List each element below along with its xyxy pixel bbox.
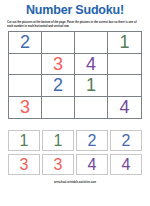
grid-cell-r1c1[interactable]: 2 [9,32,42,54]
grid-cell-r3c4[interactable] [108,75,141,97]
cutout-tile-1-2[interactable]: 1 [42,130,74,151]
grid-cell-r2c3[interactable]: 4 [75,54,108,76]
grid-cell-r1c4[interactable]: 1 [108,32,141,54]
grid-cell-r2c4[interactable] [108,54,141,76]
grid-cell-r4c1[interactable]: 3 [9,97,42,119]
cutout-tile-3-1[interactable]: 3 [8,154,40,175]
cutout-tile-1-1[interactable]: 1 [8,130,40,151]
worksheet-page: Number Sudoku! Cut out the pictures at t… [0,0,150,206]
grid-cell-r1c3[interactable] [75,32,108,54]
cutout-tile-4-2[interactable]: 4 [110,154,142,175]
cutout-tile-2-2[interactable]: 2 [110,130,142,151]
footer-credit: preschool-printable-activities.com [0,180,150,183]
grid-cell-r2c1[interactable] [9,54,42,76]
cutout-tile-4-1[interactable]: 4 [76,154,108,175]
grid-cell-r2c2[interactable]: 3 [42,54,75,76]
cutout-row-1: 1122 [8,130,142,151]
cutout-tile-3-2[interactable]: 3 [42,154,74,175]
grid-cell-r4c3[interactable] [75,97,108,119]
grid-cell-r4c2[interactable] [42,97,75,119]
grid-cell-r1c2[interactable] [42,32,75,54]
cutout-tile-2-1[interactable]: 2 [76,130,108,151]
grid-cell-r3c2[interactable]: 2 [42,75,75,97]
grid-cell-r4c4[interactable]: 4 [108,97,141,119]
grid-cell-r3c3[interactable]: 1 [75,75,108,97]
grid-cell-r3c1[interactable] [9,75,42,97]
sudoku-grid: 21342134 [8,31,142,119]
page-title: Number Sudoku! [0,3,150,17]
instructions-text: Cut out the pictures at the bottom of th… [7,20,138,28]
cutout-row-2: 3344 [8,154,142,175]
